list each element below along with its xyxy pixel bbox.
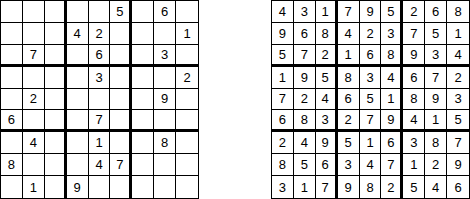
puzzle-cell-r3c6	[110, 45, 132, 67]
puzzle-cell-r8c6: 7	[110, 154, 132, 176]
solution-cell-r7c1: 2	[272, 132, 294, 154]
puzzle-cell-r3c4	[67, 45, 89, 67]
solution-cell-r6c7: 4	[403, 110, 425, 132]
solution-cell-r6c2: 8	[294, 110, 316, 132]
solution-cell-r4c9: 2	[447, 67, 469, 89]
puzzle-cell-r4c7	[132, 67, 154, 89]
puzzle-cell-r2c6	[110, 23, 132, 45]
puzzle-cell-r7c1	[1, 132, 23, 154]
solution-cell-r7c7: 3	[403, 132, 425, 154]
solution-cell-r8c4: 3	[338, 154, 360, 176]
puzzle-cell-r3c3	[45, 45, 67, 67]
solution-cell-r9c4: 9	[338, 176, 360, 198]
solution-cell-r6c9: 5	[447, 110, 469, 132]
puzzle-cell-r4c5: 3	[89, 67, 111, 89]
puzzle-cell-r7c8: 8	[154, 132, 176, 154]
puzzle-cell-r6c6	[110, 110, 132, 132]
puzzle-cell-r8c1: 8	[1, 154, 23, 176]
puzzle-cell-r5c2: 2	[23, 89, 45, 111]
solution-cell-r4c5: 3	[360, 67, 382, 89]
solution-cell-r2c1: 9	[272, 23, 294, 45]
solution-cell-r7c8: 8	[425, 132, 447, 154]
solution-cell-r5c3: 4	[316, 89, 338, 111]
puzzle-cell-r6c4	[67, 110, 89, 132]
solution-cell-r4c1: 1	[272, 67, 294, 89]
puzzle-cell-r2c4: 4	[67, 23, 89, 45]
solution-cell-r5c5: 5	[360, 89, 382, 111]
puzzle-cell-r5c5	[89, 89, 111, 111]
puzzle-cell-r9c5	[89, 176, 111, 198]
puzzle-cell-r7c4	[67, 132, 89, 154]
solution-cell-r8c1: 8	[272, 154, 294, 176]
solution-cell-r1c3: 1	[316, 1, 338, 23]
solution-cell-r5c6: 1	[381, 89, 403, 111]
solution-cell-r8c7: 1	[403, 154, 425, 176]
solution-cell-r5c2: 2	[294, 89, 316, 111]
puzzle-cell-r1c4	[67, 1, 89, 23]
solution-cell-r3c2: 7	[294, 45, 316, 67]
solution-cell-r4c3: 5	[316, 67, 338, 89]
puzzle-cell-r5c9	[176, 89, 198, 111]
solution-cell-r2c5: 2	[360, 23, 382, 45]
solution-cell-r3c4: 1	[338, 45, 360, 67]
solution-cell-r9c5: 8	[360, 176, 382, 198]
puzzle-cell-r9c2: 1	[23, 176, 45, 198]
puzzle-cell-r5c7	[132, 89, 154, 111]
puzzle-cell-r9c7	[132, 176, 154, 198]
solution-cell-r1c4: 7	[338, 1, 360, 23]
solution-cell-r8c3: 6	[316, 154, 338, 176]
solution-cell-r3c7: 9	[403, 45, 425, 67]
solution-cell-r7c2: 4	[294, 132, 316, 154]
puzzle-cell-r5c8: 9	[154, 89, 176, 111]
solution-cell-r1c2: 3	[294, 1, 316, 23]
solution-cell-r6c5: 7	[360, 110, 382, 132]
puzzle-cell-r8c2	[23, 154, 45, 176]
solution-cell-r4c8: 7	[425, 67, 447, 89]
solution-cell-r3c6: 8	[381, 45, 403, 67]
puzzle-cell-r6c8	[154, 110, 176, 132]
solution-cell-r3c8: 3	[425, 45, 447, 67]
puzzle-cell-r1c7	[132, 1, 154, 23]
sudoku-diagram: 5642176332296741884719 43179526896842375…	[0, 0, 470, 199]
solution-cell-r9c2: 1	[294, 176, 316, 198]
sudoku-puzzle-board: 5642176332296741884719	[0, 0, 199, 199]
puzzle-cell-r1c8: 6	[154, 1, 176, 23]
solution-cell-r4c2: 9	[294, 67, 316, 89]
puzzle-cell-r1c1	[1, 1, 23, 23]
puzzle-cell-r4c6	[110, 67, 132, 89]
sudoku-solution-board: 4317952689684237515721689341958346727246…	[271, 0, 470, 199]
puzzle-cell-r8c7	[132, 154, 154, 176]
puzzle-cell-r6c2	[23, 110, 45, 132]
puzzle-cell-r1c2	[23, 1, 45, 23]
puzzle-cell-r6c3	[45, 110, 67, 132]
solution-cell-r8c2: 5	[294, 154, 316, 176]
solution-cell-r3c9: 4	[447, 45, 469, 67]
puzzle-cell-r8c3	[45, 154, 67, 176]
puzzle-cell-r5c4	[67, 89, 89, 111]
puzzle-cell-r2c1	[1, 23, 23, 45]
solution-cell-r9c1: 3	[272, 176, 294, 198]
puzzle-cell-r3c5: 6	[89, 45, 111, 67]
puzzle-cell-r9c6	[110, 176, 132, 198]
puzzle-cell-r1c5	[89, 1, 111, 23]
solution-cell-r2c3: 8	[316, 23, 338, 45]
solution-cell-r5c4: 6	[338, 89, 360, 111]
solution-cell-r1c5: 9	[360, 1, 382, 23]
puzzle-cell-r1c6: 5	[110, 1, 132, 23]
solution-cell-r3c5: 6	[360, 45, 382, 67]
solution-cell-r2c7: 7	[403, 23, 425, 45]
solution-cell-r2c4: 4	[338, 23, 360, 45]
solution-cell-r9c6: 2	[381, 176, 403, 198]
solution-cell-r5c8: 9	[425, 89, 447, 111]
puzzle-cell-r6c9	[176, 110, 198, 132]
puzzle-cell-r7c7	[132, 132, 154, 154]
solution-cell-r2c8: 5	[425, 23, 447, 45]
puzzle-cell-r4c3	[45, 67, 67, 89]
solution-cell-r6c3: 3	[316, 110, 338, 132]
solution-cell-r4c4: 8	[338, 67, 360, 89]
solution-cell-r8c8: 2	[425, 154, 447, 176]
puzzle-cell-r9c1	[1, 176, 23, 198]
solution-cell-r9c3: 7	[316, 176, 338, 198]
solution-cell-r6c1: 6	[272, 110, 294, 132]
puzzle-cell-r2c3	[45, 23, 67, 45]
puzzle-cell-r7c6	[110, 132, 132, 154]
puzzle-cell-r4c9: 2	[176, 67, 198, 89]
puzzle-cell-r9c9	[176, 176, 198, 198]
puzzle-cell-r4c4	[67, 67, 89, 89]
solution-cell-r5c7: 8	[403, 89, 425, 111]
solution-cell-r6c8: 1	[425, 110, 447, 132]
puzzle-cell-r3c9	[176, 45, 198, 67]
puzzle-cell-r8c5: 4	[89, 154, 111, 176]
puzzle-cell-r3c8: 3	[154, 45, 176, 67]
puzzle-cell-r6c7	[132, 110, 154, 132]
solution-cell-r6c6: 9	[381, 110, 403, 132]
solution-cell-r2c6: 3	[381, 23, 403, 45]
solution-cell-r3c1: 5	[272, 45, 294, 67]
puzzle-cell-r1c3	[45, 1, 67, 23]
puzzle-cell-r4c8	[154, 67, 176, 89]
puzzle-cell-r6c1: 6	[1, 110, 23, 132]
solution-cell-r4c6: 4	[381, 67, 403, 89]
solution-cell-r1c8: 6	[425, 1, 447, 23]
solution-cell-r8c6: 7	[381, 154, 403, 176]
puzzle-cell-r4c1	[1, 67, 23, 89]
solution-cell-r7c4: 5	[338, 132, 360, 154]
solution-cell-r9c7: 5	[403, 176, 425, 198]
puzzle-cell-r2c9: 1	[176, 23, 198, 45]
solution-cell-r3c3: 2	[316, 45, 338, 67]
puzzle-cell-r7c2: 4	[23, 132, 45, 154]
puzzle-cell-r6c5: 7	[89, 110, 111, 132]
solution-cell-r1c9: 8	[447, 1, 469, 23]
puzzle-cell-r9c4: 9	[67, 176, 89, 198]
solution-cell-r4c7: 6	[403, 67, 425, 89]
puzzle-cell-r5c1	[1, 89, 23, 111]
puzzle-cell-r2c7	[132, 23, 154, 45]
solution-cell-r7c3: 9	[316, 132, 338, 154]
solution-cell-r9c8: 4	[425, 176, 447, 198]
puzzle-cell-r2c8	[154, 23, 176, 45]
puzzle-cell-r8c8	[154, 154, 176, 176]
puzzle-cell-r9c3	[45, 176, 67, 198]
solution-cell-r1c1: 4	[272, 1, 294, 23]
solution-cell-r5c9: 3	[447, 89, 469, 111]
solution-cell-r2c9: 1	[447, 23, 469, 45]
solution-cell-r7c5: 1	[360, 132, 382, 154]
puzzle-cell-r7c3	[45, 132, 67, 154]
puzzle-cell-r3c1	[1, 45, 23, 67]
puzzle-cell-r4c2	[23, 67, 45, 89]
solution-cell-r8c9: 9	[447, 154, 469, 176]
solution-cell-r9c9: 6	[447, 176, 469, 198]
solution-cell-r7c6: 6	[381, 132, 403, 154]
puzzle-cell-r2c2	[23, 23, 45, 45]
puzzle-cell-r5c6	[110, 89, 132, 111]
puzzle-cell-r7c5: 1	[89, 132, 111, 154]
puzzle-cell-r8c9	[176, 154, 198, 176]
puzzle-cell-r5c3	[45, 89, 67, 111]
solution-cell-r8c5: 4	[360, 154, 382, 176]
puzzle-cell-r2c5: 2	[89, 23, 111, 45]
solution-cell-r2c2: 6	[294, 23, 316, 45]
puzzle-cell-r7c9	[176, 132, 198, 154]
puzzle-cell-r1c9	[176, 1, 198, 23]
solution-cell-r6c4: 2	[338, 110, 360, 132]
solution-cell-r7c9: 7	[447, 132, 469, 154]
solution-cell-r1c6: 5	[381, 1, 403, 23]
puzzle-cell-r3c7	[132, 45, 154, 67]
solution-cell-r1c7: 2	[403, 1, 425, 23]
puzzle-cell-r8c4	[67, 154, 89, 176]
solution-cell-r5c1: 7	[272, 89, 294, 111]
puzzle-cell-r3c2: 7	[23, 45, 45, 67]
puzzle-cell-r9c8	[154, 176, 176, 198]
